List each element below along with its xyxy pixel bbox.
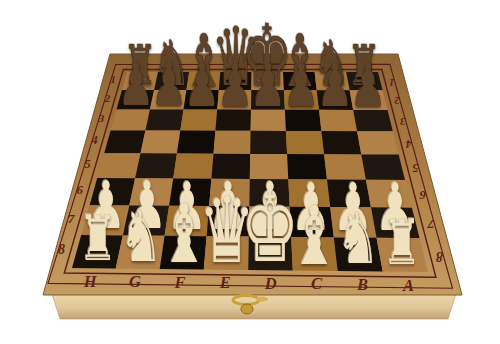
- square-e3: [215, 110, 251, 131]
- square-b6: [327, 179, 371, 207]
- file-label-bottom-g: G: [129, 272, 141, 291]
- rank-label-left-2: 2: [104, 92, 111, 104]
- brass-latch-hook: [256, 297, 268, 302]
- square-e6: [209, 179, 250, 207]
- square-c5: [287, 154, 327, 179]
- rank-label-right-6: 6: [419, 188, 426, 202]
- chess-set-photo: HGFEDCBAHGFEDCBA1234567812345678 ♜♞♝♛♚♝♞…: [0, 0, 500, 344]
- square-c6: [288, 179, 330, 207]
- square-f1: [186, 72, 220, 90]
- rank-label-right-8: 8: [436, 249, 443, 264]
- file-label-top-g: G: [171, 61, 179, 72]
- rank-label-left-4: 4: [91, 133, 98, 147]
- square-b5: [324, 154, 366, 180]
- rank-label-left-6: 6: [76, 183, 83, 197]
- square-a7: [371, 207, 420, 238]
- file-label-bottom-a: A: [402, 276, 414, 295]
- rank-label-right-2: 2: [394, 95, 401, 107]
- file-label-bottom-d: D: [264, 274, 277, 293]
- file-label-top-e: E: [233, 61, 241, 72]
- square-c3: [285, 110, 322, 131]
- square-h1: [122, 72, 158, 90]
- square-h3: [111, 109, 150, 130]
- square-g1: [154, 72, 189, 90]
- square-a3: [353, 110, 393, 131]
- file-label-bottom-e: E: [219, 273, 231, 292]
- square-g4: [141, 131, 181, 154]
- square-g8: [116, 235, 165, 269]
- file-label-bottom-c: C: [311, 274, 323, 293]
- square-d8: [248, 237, 293, 271]
- square-a6: [366, 180, 412, 208]
- square-f6: [169, 179, 211, 207]
- square-a8: [377, 238, 429, 272]
- file-label-bottom-f: F: [173, 273, 185, 292]
- square-e7: [207, 206, 250, 237]
- brass-latch-knob: [241, 304, 253, 314]
- square-b8: [334, 237, 383, 271]
- square-d3: [251, 110, 286, 131]
- file-label-bottom-h: H: [83, 272, 98, 291]
- square-e8: [204, 236, 249, 270]
- file-label-bottom-b: B: [356, 275, 368, 294]
- square-f4: [177, 131, 216, 154]
- square-d2: [251, 90, 285, 110]
- rank-label-right-1: 1: [389, 77, 394, 89]
- rank-label-right-3: 3: [400, 116, 407, 128]
- square-h7: [81, 205, 129, 235]
- square-c2: [284, 90, 319, 110]
- square-b2: [317, 90, 354, 110]
- square-e2: [217, 90, 251, 110]
- square-d1: [251, 72, 284, 90]
- square-a1: [346, 72, 382, 90]
- file-label-top-b: B: [326, 61, 334, 72]
- square-d5: [250, 154, 288, 179]
- rank-label-left-5: 5: [84, 157, 90, 171]
- file-label-top-c: C: [294, 61, 302, 72]
- square-h2: [117, 90, 155, 110]
- square-f8: [160, 236, 207, 270]
- square-h6: [90, 178, 136, 206]
- square-g6: [129, 178, 173, 206]
- square-f7: [165, 206, 210, 236]
- square-h5: [97, 153, 140, 178]
- square-a2: [350, 90, 388, 110]
- rank-label-left-8: 8: [58, 242, 65, 257]
- square-a5: [361, 154, 405, 180]
- square-f3: [180, 110, 217, 131]
- square-b3: [319, 110, 357, 131]
- square-d7: [249, 206, 291, 237]
- square-e1: [219, 72, 252, 90]
- rank-label-left-1: 1: [110, 73, 115, 85]
- square-f5: [173, 154, 213, 179]
- rank-label-right-4: 4: [406, 137, 413, 151]
- square-b1: [315, 72, 350, 90]
- rank-label-left-3: 3: [98, 112, 105, 124]
- square-d4: [250, 131, 287, 154]
- square-f2: [184, 90, 219, 110]
- file-label-top-f: F: [202, 61, 210, 72]
- square-g7: [123, 206, 169, 236]
- square-g3: [145, 110, 183, 131]
- square-b7: [330, 207, 376, 238]
- square-a4: [357, 131, 399, 154]
- square-c8: [291, 237, 337, 271]
- square-b4: [321, 131, 361, 154]
- square-g2: [150, 90, 187, 110]
- square-e5: [211, 154, 250, 179]
- square-c4: [286, 131, 324, 154]
- file-label-top-a: A: [357, 61, 365, 72]
- square-c1: [283, 72, 317, 90]
- square-c7: [290, 207, 334, 238]
- chess-board: HGFEDCBAHGFEDCBA1234567812345678: [0, 0, 500, 344]
- rank-label-right-5: 5: [412, 161, 418, 175]
- square-d6: [249, 179, 289, 207]
- square-e4: [214, 131, 251, 154]
- square-g5: [135, 153, 177, 178]
- square-h4: [104, 130, 145, 153]
- file-label-top-h: H: [139, 61, 149, 72]
- file-label-top-d: D: [263, 61, 272, 72]
